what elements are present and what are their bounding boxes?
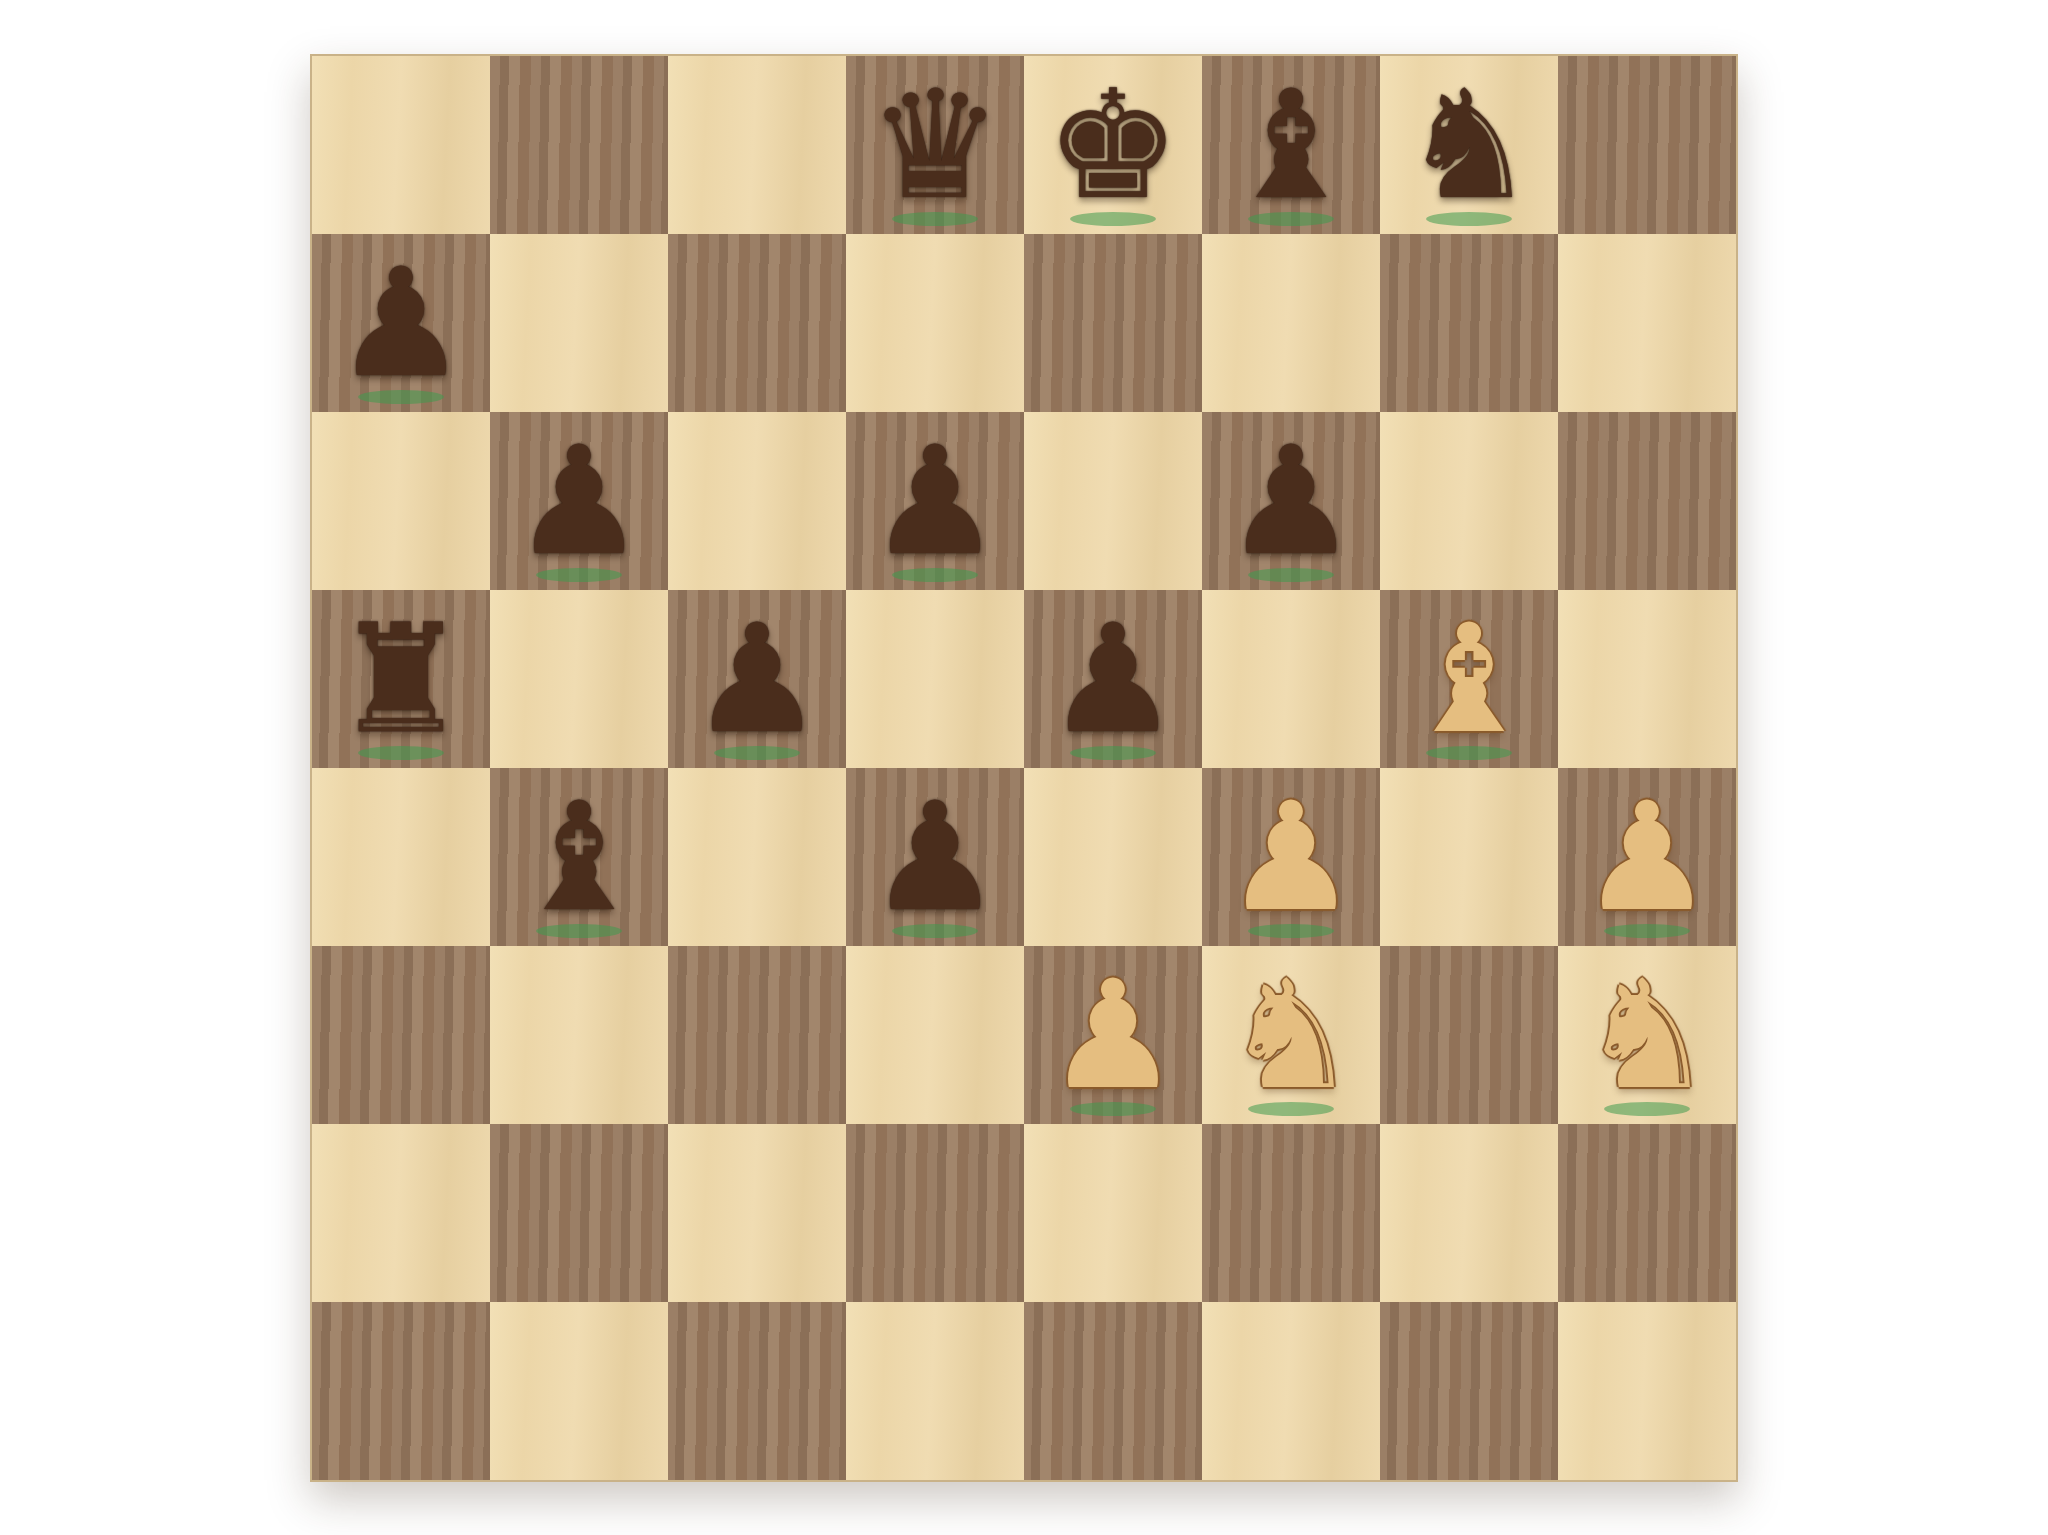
square-h4: ♟: [1558, 768, 1736, 946]
black-knight-g8: ♞: [1380, 56, 1558, 234]
white-pawn-f4: ♟: [1202, 768, 1380, 946]
square-h2: [1558, 1124, 1736, 1302]
black-pawn-a7: ♟: [312, 234, 490, 412]
square-f2: [1202, 1124, 1380, 1302]
square-c7: [668, 234, 846, 412]
square-c8: [668, 56, 846, 234]
white-knight-h3: ♞: [1558, 946, 1736, 1124]
square-g7: [1380, 234, 1558, 412]
white-pawn-e3: ♟: [1024, 946, 1202, 1124]
square-b6: ♟: [490, 412, 668, 590]
square-f1: [1202, 1302, 1380, 1480]
square-a6: [312, 412, 490, 590]
square-c6: [668, 412, 846, 590]
black-pawn-d6: ♟: [846, 412, 1024, 590]
square-g3: [1380, 946, 1558, 1124]
square-e7: [1024, 234, 1202, 412]
square-d1: [846, 1302, 1024, 1480]
square-a4: [312, 768, 490, 946]
square-b4: ♝: [490, 768, 668, 946]
square-f3: ♞: [1202, 946, 1380, 1124]
square-g8: ♞: [1380, 56, 1558, 234]
square-f7: [1202, 234, 1380, 412]
square-a7: ♟: [312, 234, 490, 412]
square-c4: [668, 768, 846, 946]
square-e2: [1024, 1124, 1202, 1302]
black-pawn-d4: ♟: [846, 768, 1024, 946]
black-pawn-f6: ♟: [1202, 412, 1380, 590]
square-d6: ♟: [846, 412, 1024, 590]
square-b8: [490, 56, 668, 234]
square-g4: [1380, 768, 1558, 946]
square-g2: [1380, 1124, 1558, 1302]
square-f4: ♟: [1202, 768, 1380, 946]
square-c1: [668, 1302, 846, 1480]
square-d2: [846, 1124, 1024, 1302]
square-c2: [668, 1124, 846, 1302]
square-b1: [490, 1302, 668, 1480]
square-h3: ♞: [1558, 946, 1736, 1124]
square-d3: [846, 946, 1024, 1124]
square-b2: [490, 1124, 668, 1302]
square-e1: [1024, 1302, 1202, 1480]
square-e8: ♚: [1024, 56, 1202, 234]
square-b5: [490, 590, 668, 768]
square-f5: [1202, 590, 1380, 768]
square-c5: ♟: [668, 590, 846, 768]
square-c3: [668, 946, 846, 1124]
square-h8: [1558, 56, 1736, 234]
square-g1: [1380, 1302, 1558, 1480]
black-king-e8: ♚: [1024, 56, 1202, 234]
square-d5: [846, 590, 1024, 768]
square-g6: [1380, 412, 1558, 590]
chess-board: ♛♚♝♞♟♟♟♟♜♟♟♝♝♟♟♟♟♞♞: [310, 54, 1738, 1482]
black-pawn-b6: ♟: [490, 412, 668, 590]
square-d4: ♟: [846, 768, 1024, 946]
square-h6: [1558, 412, 1736, 590]
square-b7: [490, 234, 668, 412]
white-bishop-g5: ♝: [1380, 590, 1558, 768]
black-pawn-c5: ♟: [668, 590, 846, 768]
square-e6: [1024, 412, 1202, 590]
square-e4: [1024, 768, 1202, 946]
square-h5: [1558, 590, 1736, 768]
square-b3: [490, 946, 668, 1124]
black-bishop-f8: ♝: [1202, 56, 1380, 234]
white-knight-f3: ♞: [1202, 946, 1380, 1124]
square-a1: [312, 1302, 490, 1480]
square-d7: [846, 234, 1024, 412]
square-a8: [312, 56, 490, 234]
square-f6: ♟: [1202, 412, 1380, 590]
square-d8: ♛: [846, 56, 1024, 234]
square-f8: ♝: [1202, 56, 1380, 234]
square-e3: ♟: [1024, 946, 1202, 1124]
black-queen-d8: ♛: [846, 56, 1024, 234]
black-pawn-e5: ♟: [1024, 590, 1202, 768]
square-h1: [1558, 1302, 1736, 1480]
square-a5: ♜: [312, 590, 490, 768]
square-a3: [312, 946, 490, 1124]
black-rook-a5: ♜: [312, 590, 490, 768]
square-a2: [312, 1124, 490, 1302]
square-e5: ♟: [1024, 590, 1202, 768]
photo-background: ♛♚♝♞♟♟♟♟♜♟♟♝♝♟♟♟♟♞♞: [0, 0, 2048, 1535]
square-h7: [1558, 234, 1736, 412]
black-bishop-b4: ♝: [490, 768, 668, 946]
white-pawn-h4: ♟: [1558, 768, 1736, 946]
square-g5: ♝: [1380, 590, 1558, 768]
